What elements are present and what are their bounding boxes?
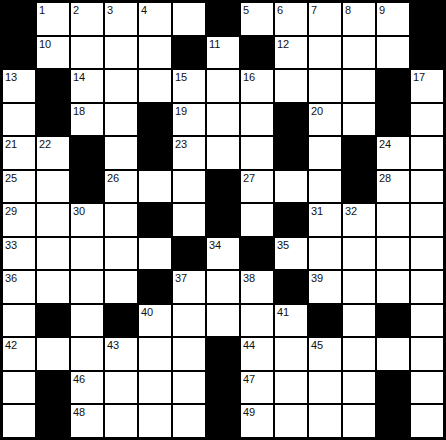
white-cell-r5c2[interactable]: 22 bbox=[37, 137, 69, 169]
white-cell-r12c1[interactable] bbox=[3, 372, 35, 404]
black-cell-r12c12 bbox=[377, 372, 409, 404]
white-cell-r13c9[interactable] bbox=[275, 405, 307, 437]
clue-number-8: 8 bbox=[345, 4, 351, 16]
white-cell-r3c13[interactable]: 17 bbox=[411, 70, 443, 102]
white-cell-r10c9[interactable]: 41 bbox=[275, 305, 307, 337]
white-cell-r6c2[interactable] bbox=[37, 171, 69, 203]
crossword-grid: 1234567891011121314151617181920212223242… bbox=[0, 0, 446, 440]
white-cell-r1c11[interactable]: 8 bbox=[343, 3, 375, 35]
black-cell-r5c3 bbox=[71, 137, 103, 169]
white-cell-r1c6[interactable] bbox=[173, 3, 205, 35]
white-cell-r3c8[interactable]: 16 bbox=[241, 70, 273, 102]
white-cell-r13c8[interactable]: 49 bbox=[241, 405, 273, 437]
white-cell-r13c5[interactable] bbox=[139, 405, 171, 437]
white-cell-r4c4[interactable] bbox=[105, 104, 137, 136]
white-cell-r9c1[interactable]: 36 bbox=[3, 271, 35, 303]
clue-number-15: 15 bbox=[175, 71, 187, 83]
white-cell-r3c3[interactable]: 14 bbox=[71, 70, 103, 102]
white-cell-r10c5[interactable]: 40 bbox=[139, 305, 171, 337]
clue-number-30: 30 bbox=[73, 205, 85, 217]
clue-number-28: 28 bbox=[379, 172, 391, 184]
white-cell-r9c7[interactable] bbox=[207, 271, 239, 303]
white-cell-r3c1[interactable]: 13 bbox=[3, 70, 35, 102]
black-cell-r13c12 bbox=[377, 405, 409, 437]
white-cell-r2c11[interactable] bbox=[343, 37, 375, 69]
white-cell-r11c8[interactable]: 44 bbox=[241, 338, 273, 370]
black-cell-r12c7 bbox=[207, 372, 239, 404]
white-cell-r10c3[interactable] bbox=[71, 305, 103, 337]
white-cell-r9c11[interactable] bbox=[343, 271, 375, 303]
white-cell-r12c3[interactable]: 46 bbox=[71, 372, 103, 404]
white-cell-r13c11[interactable] bbox=[343, 405, 375, 437]
white-cell-r11c2[interactable] bbox=[37, 338, 69, 370]
white-cell-r6c5[interactable] bbox=[139, 171, 171, 203]
black-cell-r6c7 bbox=[207, 171, 239, 203]
clue-number-12: 12 bbox=[277, 38, 289, 50]
white-cell-r9c10[interactable]: 39 bbox=[309, 271, 341, 303]
clue-number-37: 37 bbox=[175, 272, 187, 284]
black-cell-r7c9 bbox=[275, 204, 307, 236]
clue-number-14: 14 bbox=[73, 71, 85, 83]
white-cell-r12c8[interactable]: 47 bbox=[241, 372, 273, 404]
clue-number-49: 49 bbox=[243, 406, 255, 418]
black-cell-r7c5 bbox=[139, 204, 171, 236]
clue-number-20: 20 bbox=[311, 105, 323, 117]
white-cell-r5c4[interactable] bbox=[105, 137, 137, 169]
white-cell-r3c9[interactable] bbox=[275, 70, 307, 102]
black-cell-r7c7 bbox=[207, 204, 239, 236]
white-cell-r11c1[interactable]: 42 bbox=[3, 338, 35, 370]
white-cell-r7c3[interactable]: 30 bbox=[71, 204, 103, 236]
white-cell-r11c6[interactable] bbox=[173, 338, 205, 370]
black-cell-r2c6 bbox=[173, 37, 205, 69]
white-cell-r1c8[interactable]: 5 bbox=[241, 3, 273, 35]
clue-number-33: 33 bbox=[5, 239, 17, 251]
white-cell-r11c11[interactable] bbox=[343, 338, 375, 370]
black-cell-r10c4 bbox=[105, 305, 137, 337]
clue-number-3: 3 bbox=[107, 4, 113, 16]
white-cell-r9c13[interactable] bbox=[411, 271, 443, 303]
white-cell-r7c6[interactable] bbox=[173, 204, 205, 236]
black-cell-r8c8 bbox=[241, 238, 273, 270]
black-cell-r9c5 bbox=[139, 271, 171, 303]
white-cell-r6c10[interactable] bbox=[309, 171, 341, 203]
white-cell-r3c10[interactable] bbox=[309, 70, 341, 102]
white-cell-r3c7[interactable] bbox=[207, 70, 239, 102]
black-cell-r2c13 bbox=[411, 37, 443, 69]
clue-number-27: 27 bbox=[243, 172, 255, 184]
white-cell-r2c10[interactable] bbox=[309, 37, 341, 69]
black-cell-r13c7 bbox=[207, 405, 239, 437]
white-cell-r12c4[interactable] bbox=[105, 372, 137, 404]
black-cell-r11c7 bbox=[207, 338, 239, 370]
white-cell-r1c9[interactable]: 6 bbox=[275, 3, 307, 35]
black-cell-r13c2 bbox=[37, 405, 69, 437]
white-cell-r10c11[interactable] bbox=[343, 305, 375, 337]
white-cell-r3c11[interactable] bbox=[343, 70, 375, 102]
clue-number-25: 25 bbox=[5, 172, 17, 184]
white-cell-r1c3[interactable]: 2 bbox=[71, 3, 103, 35]
white-cell-r2c4[interactable] bbox=[105, 37, 137, 69]
clue-number-18: 18 bbox=[73, 105, 85, 117]
white-cell-r12c9[interactable] bbox=[275, 372, 307, 404]
white-cell-r4c7[interactable] bbox=[207, 104, 239, 136]
white-cell-r11c3[interactable] bbox=[71, 338, 103, 370]
white-cell-r1c5[interactable]: 4 bbox=[139, 3, 171, 35]
white-cell-r3c4[interactable] bbox=[105, 70, 137, 102]
black-cell-r4c12 bbox=[377, 104, 409, 136]
white-cell-r7c8[interactable] bbox=[241, 204, 273, 236]
clue-number-40: 40 bbox=[141, 306, 153, 318]
clue-number-31: 31 bbox=[311, 205, 323, 217]
white-cell-r5c6[interactable]: 23 bbox=[173, 137, 205, 169]
clue-number-39: 39 bbox=[311, 272, 323, 284]
white-cell-r4c11[interactable] bbox=[343, 104, 375, 136]
clue-number-11: 11 bbox=[209, 38, 220, 50]
black-cell-r2c1 bbox=[3, 37, 35, 69]
clue-number-9: 9 bbox=[379, 4, 385, 16]
clue-number-36: 36 bbox=[5, 272, 17, 284]
white-cell-r9c4[interactable] bbox=[105, 271, 137, 303]
white-cell-r5c1[interactable]: 21 bbox=[3, 137, 35, 169]
clue-number-32: 32 bbox=[345, 205, 357, 217]
white-cell-r6c1[interactable]: 25 bbox=[3, 171, 35, 203]
white-cell-r13c10[interactable] bbox=[309, 405, 341, 437]
white-cell-r2c2[interactable]: 10 bbox=[37, 37, 69, 69]
white-cell-r10c1[interactable] bbox=[3, 305, 35, 337]
clue-number-24: 24 bbox=[379, 138, 391, 150]
black-cell-r4c5 bbox=[139, 104, 171, 136]
clue-number-41: 41 bbox=[277, 306, 289, 318]
white-cell-r8c5[interactable] bbox=[139, 238, 171, 270]
white-cell-r13c6[interactable] bbox=[173, 405, 205, 437]
black-cell-r2c8 bbox=[241, 37, 273, 69]
black-cell-r5c9 bbox=[275, 137, 307, 169]
white-cell-r11c5[interactable] bbox=[139, 338, 171, 370]
clue-number-7: 7 bbox=[311, 4, 317, 16]
white-cell-r11c4[interactable]: 43 bbox=[105, 338, 137, 370]
clue-number-21: 21 bbox=[5, 138, 17, 150]
black-cell-r1c1 bbox=[3, 3, 35, 35]
white-cell-r3c5[interactable] bbox=[139, 70, 171, 102]
white-cell-r4c6[interactable]: 19 bbox=[173, 104, 205, 136]
white-cell-r4c3[interactable]: 18 bbox=[71, 104, 103, 136]
white-cell-r7c10[interactable]: 31 bbox=[309, 204, 341, 236]
white-cell-r13c13[interactable] bbox=[411, 405, 443, 437]
white-cell-r7c4[interactable] bbox=[105, 204, 137, 236]
clue-number-38: 38 bbox=[243, 272, 255, 284]
clue-number-22: 22 bbox=[39, 138, 51, 150]
clue-number-48: 48 bbox=[73, 406, 85, 418]
white-cell-r6c9[interactable] bbox=[275, 171, 307, 203]
clue-number-5: 5 bbox=[243, 4, 249, 16]
white-cell-r13c3[interactable]: 48 bbox=[71, 405, 103, 437]
white-cell-r11c10[interactable]: 45 bbox=[309, 338, 341, 370]
white-cell-r11c9[interactable] bbox=[275, 338, 307, 370]
white-cell-r1c2[interactable]: 1 bbox=[37, 3, 69, 35]
white-cell-r1c4[interactable]: 3 bbox=[105, 3, 137, 35]
clue-number-17: 17 bbox=[413, 71, 425, 83]
clue-number-43: 43 bbox=[107, 339, 119, 351]
black-cell-r3c12 bbox=[377, 70, 409, 102]
white-cell-r5c7[interactable] bbox=[207, 137, 239, 169]
clue-number-42: 42 bbox=[5, 339, 17, 351]
black-cell-r10c12 bbox=[377, 305, 409, 337]
white-cell-r7c11[interactable]: 32 bbox=[343, 204, 375, 236]
white-cell-r2c9[interactable]: 12 bbox=[275, 37, 307, 69]
clue-number-19: 19 bbox=[175, 105, 187, 117]
black-cell-r5c11 bbox=[343, 137, 375, 169]
white-cell-r11c13[interactable] bbox=[411, 338, 443, 370]
white-cell-r8c2[interactable] bbox=[37, 238, 69, 270]
white-cell-r9c12[interactable] bbox=[377, 271, 409, 303]
clue-number-35: 35 bbox=[277, 239, 289, 251]
white-cell-r7c13[interactable] bbox=[411, 204, 443, 236]
clue-number-23: 23 bbox=[175, 138, 187, 150]
white-cell-r5c10[interactable] bbox=[309, 137, 341, 169]
clue-number-34: 34 bbox=[209, 239, 221, 251]
white-cell-r2c5[interactable] bbox=[139, 37, 171, 69]
white-cell-r6c13[interactable] bbox=[411, 171, 443, 203]
clue-number-6: 6 bbox=[277, 4, 283, 16]
white-cell-r4c13[interactable] bbox=[411, 104, 443, 136]
white-cell-r7c1[interactable]: 29 bbox=[3, 204, 35, 236]
white-cell-r7c12[interactable] bbox=[377, 204, 409, 236]
clue-number-4: 4 bbox=[141, 4, 147, 16]
white-cell-r9c6[interactable]: 37 bbox=[173, 271, 205, 303]
white-cell-r7c2[interactable] bbox=[37, 204, 69, 236]
white-cell-r10c8[interactable] bbox=[241, 305, 273, 337]
white-cell-r12c11[interactable] bbox=[343, 372, 375, 404]
clue-number-46: 46 bbox=[73, 373, 85, 385]
black-cell-r3c2 bbox=[37, 70, 69, 102]
white-cell-r12c5[interactable] bbox=[139, 372, 171, 404]
black-cell-r1c13 bbox=[411, 3, 443, 35]
white-cell-r8c1[interactable]: 33 bbox=[3, 238, 35, 270]
white-cell-r10c6[interactable] bbox=[173, 305, 205, 337]
black-cell-r6c3 bbox=[71, 171, 103, 203]
clue-number-2: 2 bbox=[73, 4, 79, 16]
white-cell-r1c12[interactable]: 9 bbox=[377, 3, 409, 35]
black-cell-r1c7 bbox=[207, 3, 239, 35]
white-cell-r8c12[interactable] bbox=[377, 238, 409, 270]
white-cell-r11c12[interactable] bbox=[377, 338, 409, 370]
black-cell-r8c6 bbox=[173, 238, 205, 270]
white-cell-r9c3[interactable] bbox=[71, 271, 103, 303]
white-cell-r5c12[interactable]: 24 bbox=[377, 137, 409, 169]
clue-number-13: 13 bbox=[5, 71, 17, 83]
white-cell-r6c4[interactable]: 26 bbox=[105, 171, 137, 203]
white-cell-r8c9[interactable]: 35 bbox=[275, 238, 307, 270]
black-cell-r4c9 bbox=[275, 104, 307, 136]
white-cell-r2c12[interactable] bbox=[377, 37, 409, 69]
white-cell-r8c13[interactable] bbox=[411, 238, 443, 270]
clue-number-47: 47 bbox=[243, 373, 255, 385]
white-cell-r10c7[interactable] bbox=[207, 305, 239, 337]
white-cell-r6c8[interactable]: 27 bbox=[241, 171, 273, 203]
white-cell-r4c10[interactable]: 20 bbox=[309, 104, 341, 136]
black-cell-r10c2 bbox=[37, 305, 69, 337]
clue-number-16: 16 bbox=[243, 71, 255, 83]
black-cell-r4c2 bbox=[37, 104, 69, 136]
white-cell-r4c8[interactable] bbox=[241, 104, 273, 136]
white-cell-r6c12[interactable]: 28 bbox=[377, 171, 409, 203]
clue-number-44: 44 bbox=[243, 339, 255, 351]
black-cell-r12c2 bbox=[37, 372, 69, 404]
white-cell-r9c2[interactable] bbox=[37, 271, 69, 303]
white-cell-r5c13[interactable] bbox=[411, 137, 443, 169]
white-cell-r4c1[interactable] bbox=[3, 104, 35, 136]
clue-number-10: 10 bbox=[39, 38, 51, 50]
white-cell-r6c6[interactable] bbox=[173, 171, 205, 203]
white-cell-r8c10[interactable] bbox=[309, 238, 341, 270]
black-cell-r5c5 bbox=[139, 137, 171, 169]
black-cell-r6c11 bbox=[343, 171, 375, 203]
white-cell-r12c6[interactable] bbox=[173, 372, 205, 404]
white-cell-r8c7[interactable]: 34 bbox=[207, 238, 239, 270]
clue-number-1: 1 bbox=[39, 4, 45, 16]
white-cell-r2c7[interactable]: 11 bbox=[207, 37, 239, 69]
white-cell-r13c4[interactable] bbox=[105, 405, 137, 437]
white-cell-r8c4[interactable] bbox=[105, 238, 137, 270]
clue-number-29: 29 bbox=[5, 205, 17, 217]
white-cell-r12c10[interactable] bbox=[309, 372, 341, 404]
clue-number-26: 26 bbox=[107, 172, 119, 184]
clue-number-45: 45 bbox=[311, 339, 323, 351]
white-cell-r13c1[interactable] bbox=[3, 405, 35, 437]
black-cell-r10c10 bbox=[309, 305, 341, 337]
white-cell-r1c10[interactable]: 7 bbox=[309, 3, 341, 35]
black-cell-r9c9 bbox=[275, 271, 307, 303]
white-cell-r5c8[interactable] bbox=[241, 137, 273, 169]
white-cell-r3c6[interactable]: 15 bbox=[173, 70, 205, 102]
white-cell-r10c13[interactable] bbox=[411, 305, 443, 337]
white-cell-r2c3[interactable] bbox=[71, 37, 103, 69]
white-cell-r8c3[interactable] bbox=[71, 238, 103, 270]
white-cell-r9c8[interactable]: 38 bbox=[241, 271, 273, 303]
white-cell-r8c11[interactable] bbox=[343, 238, 375, 270]
white-cell-r12c13[interactable] bbox=[411, 372, 443, 404]
